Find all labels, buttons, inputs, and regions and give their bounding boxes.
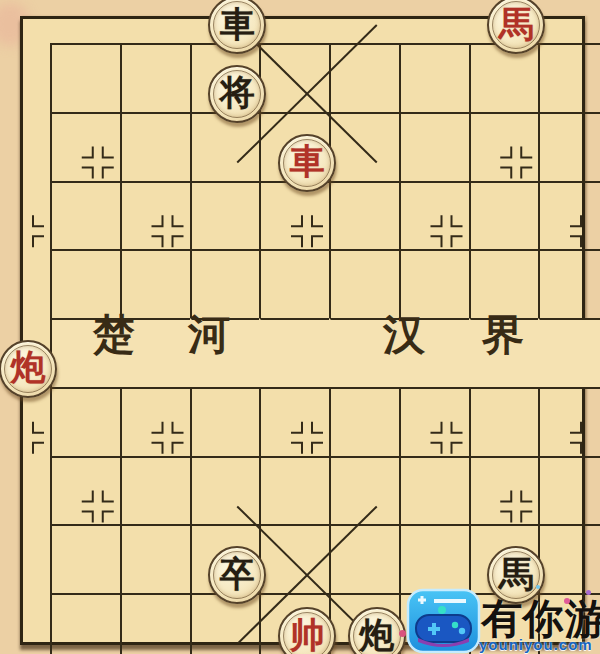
board-cell xyxy=(329,43,399,112)
board-cell xyxy=(399,112,469,181)
board-cell xyxy=(469,43,539,112)
piece-red-chariot[interactable]: 車 xyxy=(278,134,336,192)
board-cell xyxy=(329,387,399,456)
board-cell xyxy=(259,43,329,112)
board-cell xyxy=(399,387,469,456)
piece-character: 卒 xyxy=(220,557,255,592)
board-cell xyxy=(259,387,329,456)
board-cell xyxy=(259,524,329,593)
board-cell xyxy=(538,318,600,387)
board-cell xyxy=(50,593,120,654)
piece-character: 将 xyxy=(220,75,255,110)
board-cell xyxy=(469,456,539,525)
board-cell xyxy=(538,181,600,250)
board-cell xyxy=(120,456,190,525)
board-cell xyxy=(120,181,190,250)
piece-black-general[interactable]: 将 xyxy=(208,65,266,123)
xiangqi-screen: 楚 河 汉 界 車馬将車炮卒馬帅炮 有你游 youniyou.com xyxy=(0,0,600,654)
board-cell xyxy=(399,181,469,250)
board-cell xyxy=(469,249,539,318)
board-cell xyxy=(259,249,329,318)
board-cell xyxy=(538,43,600,112)
board-cell xyxy=(50,456,120,525)
board-cell xyxy=(329,112,399,181)
river-label-he: 河 xyxy=(188,314,230,356)
board-cell xyxy=(190,112,260,181)
board-cell xyxy=(538,112,600,181)
board-cell xyxy=(259,456,329,525)
board-cell xyxy=(469,181,539,250)
board-cell xyxy=(469,112,539,181)
piece-red-cannon[interactable]: 炮 xyxy=(0,340,57,398)
board-cell xyxy=(50,181,120,250)
board-cell xyxy=(259,181,329,250)
board-cell xyxy=(190,593,260,654)
board-cell xyxy=(120,387,190,456)
piece-character: 車 xyxy=(290,144,325,179)
piece-character: 車 xyxy=(220,7,255,42)
board-cell xyxy=(538,387,600,456)
river-label-chu: 楚 xyxy=(93,314,135,356)
board-cell xyxy=(50,387,120,456)
board-cell xyxy=(538,593,600,654)
board-cell xyxy=(469,593,539,654)
board-cell xyxy=(50,524,120,593)
piece-black-cannon[interactable]: 炮 xyxy=(348,607,406,654)
piece-character: 帅 xyxy=(290,618,325,653)
board-cell xyxy=(538,249,600,318)
board-cell xyxy=(190,181,260,250)
board-cell xyxy=(120,524,190,593)
board-cell xyxy=(399,524,469,593)
board-cell xyxy=(50,43,120,112)
board-cell xyxy=(190,387,260,456)
river-label-jie: 界 xyxy=(482,314,524,356)
board-cell xyxy=(120,249,190,318)
board-cell xyxy=(538,456,600,525)
board-cell xyxy=(120,43,190,112)
board-cell xyxy=(329,524,399,593)
board-cell xyxy=(399,456,469,525)
board-cell xyxy=(329,249,399,318)
board-cell xyxy=(399,43,469,112)
board-cell xyxy=(259,318,329,387)
river-label-han: 汉 xyxy=(383,314,425,356)
board-cell xyxy=(120,112,190,181)
piece-character: 馬 xyxy=(499,557,534,592)
piece-character: 馬 xyxy=(499,7,534,42)
board-cell xyxy=(120,593,190,654)
board-cell xyxy=(190,249,260,318)
board-cell xyxy=(469,387,539,456)
board-cell xyxy=(329,456,399,525)
board-cell xyxy=(190,456,260,525)
piece-character: 炮 xyxy=(359,618,394,653)
board-cell xyxy=(538,524,600,593)
board-cell xyxy=(399,249,469,318)
board-cell xyxy=(329,181,399,250)
piece-character: 炮 xyxy=(11,350,46,385)
board-cell xyxy=(50,112,120,181)
board-cell xyxy=(399,593,469,654)
board-cell xyxy=(50,249,120,318)
